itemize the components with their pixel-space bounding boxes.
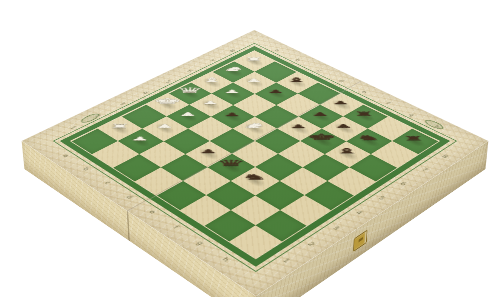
square-f4[interactable] [255, 154, 303, 181]
coord-label-7: 7 [418, 166, 431, 173]
board-surface: aabbccddeeffgghh1122334455667788 ···· ··… [22, 30, 489, 296]
coord-label-1: 1 [279, 256, 293, 265]
brass-clasp [353, 229, 367, 252]
product-photo-stage: aabbccddeeffgghh1122334455667788 ···· ··… [0, 0, 500, 297]
square-g6[interactable] [324, 141, 371, 168]
square-d3[interactable] [185, 141, 232, 168]
square-g2[interactable] [230, 195, 281, 225]
coord-label-a: a [60, 152, 72, 159]
coord-label-2: 2 [304, 240, 318, 249]
chess-board-box: aabbccddeeffgghh1122334455667788 ···· ··… [22, 30, 489, 296]
square-g3[interactable] [255, 181, 305, 210]
coord-label-8: 8 [439, 153, 452, 160]
coord-label-5: 5 [375, 194, 388, 202]
square-f5[interactable] [278, 141, 325, 168]
square-g5[interactable] [302, 154, 350, 181]
square-b1[interactable] [92, 141, 139, 168]
square-e2[interactable] [183, 167, 232, 195]
square-d2[interactable] [160, 154, 208, 181]
square-e1[interactable] [157, 181, 207, 210]
square-h3[interactable] [280, 195, 331, 225]
coord-label-4: 4 [352, 209, 366, 217]
square-c2[interactable] [139, 141, 186, 168]
square-e4[interactable] [232, 141, 279, 168]
coord-label-6: 6 [397, 180, 410, 188]
coord-label-3: 3 [329, 224, 343, 232]
square-h6[interactable] [349, 154, 397, 181]
coord-label-h: h [219, 255, 233, 264]
square-h2[interactable] [255, 210, 306, 242]
coord-label-b: b [80, 165, 93, 172]
square-f1[interactable] [181, 195, 232, 225]
coord-label-f: f [169, 223, 183, 231]
coord-label-e: e [146, 208, 159, 216]
coord-label-g: g [193, 239, 207, 248]
square-c1[interactable] [113, 154, 161, 181]
coord-label-c: c [101, 179, 114, 187]
scene: aabbccddeeffgghh1122334455667788 ···· ··… [0, 0, 500, 297]
coord-label-d: d [123, 193, 136, 201]
square-d1[interactable] [135, 167, 184, 195]
square-h5[interactable] [327, 167, 376, 195]
square-f3[interactable] [231, 167, 280, 195]
square-g1[interactable] [205, 210, 256, 242]
square-f2[interactable] [206, 181, 256, 210]
square-h4[interactable] [304, 181, 354, 210]
square-h7[interactable] [371, 141, 418, 168]
square-h1[interactable] [229, 225, 281, 258]
fold-seam-side [127, 211, 130, 242]
square-g4[interactable] [279, 167, 328, 195]
